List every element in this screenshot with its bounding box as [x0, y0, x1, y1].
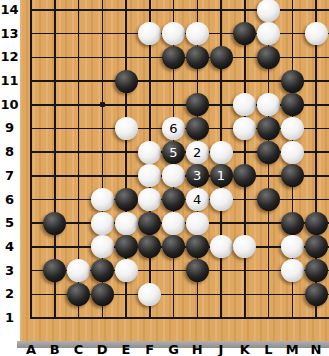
stone-white-F13 — [138, 22, 161, 45]
stone-black-H3 — [186, 259, 209, 282]
go-board-diagram: 652314 1413121110987654321 ABCDEFGHJKLMN — [0, 0, 329, 356]
stone-black-F5 — [138, 212, 161, 235]
stone-white-H8: 2 — [186, 141, 209, 164]
stone-white-G7 — [162, 164, 185, 187]
stone-white-K10 — [233, 93, 256, 116]
stone-black-E11 — [115, 70, 138, 93]
move-number-3: 3 — [193, 164, 201, 187]
stone-white-M3 — [281, 259, 304, 282]
stone-black-N4 — [305, 235, 328, 258]
stone-white-L10 — [257, 93, 280, 116]
stone-white-M8 — [281, 141, 304, 164]
stone-white-K4 — [233, 235, 256, 258]
stone-white-G13 — [162, 22, 185, 45]
stone-black-D3 — [91, 259, 114, 282]
stone-black-H10 — [186, 93, 209, 116]
stone-white-D5 — [91, 212, 114, 235]
stone-black-L8 — [257, 141, 280, 164]
stone-black-B3 — [43, 259, 66, 282]
stone-black-C2 — [67, 283, 90, 306]
stone-black-H12 — [186, 46, 209, 69]
move-number-5: 5 — [169, 141, 177, 164]
stone-white-E9 — [115, 117, 138, 140]
stone-white-M9 — [281, 117, 304, 140]
stone-black-F4 — [138, 235, 161, 258]
stone-white-H13 — [186, 22, 209, 45]
stone-white-L14 — [257, 0, 280, 22]
stone-white-F2 — [138, 283, 161, 306]
stone-black-L9 — [257, 117, 280, 140]
stone-white-G5 — [162, 212, 185, 235]
stone-black-N5 — [305, 212, 328, 235]
stone-black-L6 — [257, 188, 280, 211]
stone-white-J6 — [210, 188, 233, 211]
stone-white-L13 — [257, 22, 280, 45]
stone-black-J12 — [210, 46, 233, 69]
stone-black-K7 — [233, 164, 256, 187]
stone-black-G4 — [162, 235, 185, 258]
stone-white-J8 — [210, 141, 233, 164]
stone-white-D6 — [91, 188, 114, 211]
stone-white-F8 — [138, 141, 161, 164]
stone-white-E3 — [115, 259, 138, 282]
stone-black-D2 — [91, 283, 114, 306]
stones-layer: 652314 — [0, 0, 329, 356]
stone-black-M7 — [281, 164, 304, 187]
stone-black-N3 — [305, 259, 328, 282]
stone-black-H7: 3 — [186, 164, 209, 187]
stone-black-M11 — [281, 70, 304, 93]
stone-white-D4 — [91, 235, 114, 258]
stone-black-E6 — [115, 188, 138, 211]
stone-black-M5 — [281, 212, 304, 235]
stone-white-F7 — [138, 164, 161, 187]
stone-black-G8: 5 — [162, 141, 185, 164]
stone-black-N2 — [305, 283, 328, 306]
move-number-6: 6 — [169, 117, 177, 140]
stone-white-M4 — [281, 235, 304, 258]
stone-black-K13 — [233, 22, 256, 45]
stone-black-L12 — [257, 46, 280, 69]
stone-black-M10 — [281, 93, 304, 116]
stone-white-N13 — [305, 22, 328, 45]
stone-white-H5 — [186, 212, 209, 235]
stone-white-J4 — [210, 235, 233, 258]
move-number-4: 4 — [193, 188, 201, 211]
board-shadow — [17, 341, 329, 348]
stone-white-H6: 4 — [186, 188, 209, 211]
move-number-1: 1 — [217, 164, 225, 187]
stone-black-G12 — [162, 46, 185, 69]
stone-black-G6 — [162, 188, 185, 211]
stone-black-H4 — [186, 235, 209, 258]
stone-white-E5 — [115, 212, 138, 235]
stone-white-C3 — [67, 259, 90, 282]
stone-white-K9 — [233, 117, 256, 140]
stone-white-G9: 6 — [162, 117, 185, 140]
stone-white-F6 — [138, 188, 161, 211]
stone-black-J7: 1 — [210, 164, 233, 187]
stone-black-E4 — [115, 235, 138, 258]
move-number-2: 2 — [193, 141, 201, 164]
stone-black-B5 — [43, 212, 66, 235]
stone-black-H9 — [186, 117, 209, 140]
